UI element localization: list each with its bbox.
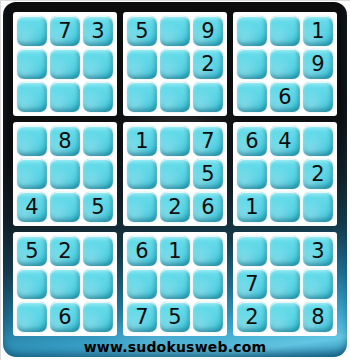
sudoku-cell-r2c2[interactable] [50, 49, 80, 79]
sudoku-cell-r8c1[interactable] [17, 269, 47, 299]
sudoku-cell-r8c9[interactable] [303, 269, 333, 299]
sudoku-cell-r5c8[interactable] [270, 159, 300, 189]
sudoku-cell-r8c4[interactable] [127, 269, 157, 299]
sudoku-cell-r2c1[interactable] [17, 49, 47, 79]
sudoku-cell-r6c6: 6 [193, 192, 223, 222]
sudoku-box-1: 73 [13, 12, 117, 116]
page-background: { "game": "sudoku", "position": ".735.9.… [0, 0, 350, 360]
sudoku-cell-r6c3: 5 [83, 192, 113, 222]
sudoku-cell-r7c4: 6 [127, 236, 157, 266]
sudoku-cell-r3c5[interactable] [160, 82, 190, 112]
sudoku-cell-r3c9[interactable] [303, 82, 333, 112]
sudoku-box-4: 845 [13, 122, 117, 226]
sudoku-cell-r1c8[interactable] [270, 16, 300, 46]
sudoku-box-6: 6421 [233, 122, 337, 226]
sudoku-cell-r4c3[interactable] [83, 126, 113, 156]
sudoku-cell-r6c1: 4 [17, 192, 47, 222]
sudoku-cell-r9c1[interactable] [17, 302, 47, 332]
sudoku-cell-r8c2[interactable] [50, 269, 80, 299]
website-url[interactable]: www.sudokusweb.com [84, 339, 267, 355]
sudoku-cell-r1c6: 9 [193, 16, 223, 46]
sudoku-cell-r1c1[interactable] [17, 16, 47, 46]
sudoku-cell-r9c2: 6 [50, 302, 80, 332]
sudoku-cell-r9c7: 2 [237, 302, 267, 332]
sudoku-cell-r7c3[interactable] [83, 236, 113, 266]
sudoku-cell-r5c4[interactable] [127, 159, 157, 189]
sudoku-box-3: 196 [233, 12, 337, 116]
sudoku-cell-r4c5[interactable] [160, 126, 190, 156]
sudoku-box-2: 592 [123, 12, 227, 116]
sudoku-cell-r6c9[interactable] [303, 192, 333, 222]
sudoku-cell-r1c5[interactable] [160, 16, 190, 46]
sudoku-cell-r1c4: 5 [127, 16, 157, 46]
sudoku-cell-r4c1[interactable] [17, 126, 47, 156]
sudoku-cell-r9c9: 8 [303, 302, 333, 332]
sudoku-cell-r2c6: 2 [193, 49, 223, 79]
sudoku-cell-r7c6[interactable] [193, 236, 223, 266]
sudoku-cell-r1c3: 3 [83, 16, 113, 46]
sudoku-cell-r8c3[interactable] [83, 269, 113, 299]
sudoku-cell-r2c5[interactable] [160, 49, 190, 79]
sudoku-cell-r8c7: 7 [237, 269, 267, 299]
sudoku-cell-r2c3[interactable] [83, 49, 113, 79]
sudoku-cell-r7c1: 5 [17, 236, 47, 266]
sudoku-cell-r9c4: 7 [127, 302, 157, 332]
sudoku-cell-r2c8[interactable] [270, 49, 300, 79]
sudoku-cell-r3c6[interactable] [193, 82, 223, 112]
sudoku-cell-r3c7[interactable] [237, 82, 267, 112]
sudoku-cell-r5c7[interactable] [237, 159, 267, 189]
sudoku-cell-r5c9: 2 [303, 159, 333, 189]
sudoku-cell-r1c2: 7 [50, 16, 80, 46]
sudoku-cell-r5c5[interactable] [160, 159, 190, 189]
sudoku-cell-r5c3[interactable] [83, 159, 113, 189]
sudoku-cell-r2c7[interactable] [237, 49, 267, 79]
sudoku-cell-r3c8: 6 [270, 82, 300, 112]
sudoku-box-7: 526 [13, 232, 117, 336]
sudoku-cell-r9c3[interactable] [83, 302, 113, 332]
sudoku-box-8: 6175 [123, 232, 227, 336]
sudoku-cell-r1c7[interactable] [237, 16, 267, 46]
sudoku-cell-r7c5: 1 [160, 236, 190, 266]
sudoku-cell-r9c6[interactable] [193, 302, 223, 332]
sudoku-cell-r6c4[interactable] [127, 192, 157, 222]
sudoku-board-frame: 73 592 196 845 17526 6421 526 6175 3728 … [3, 2, 347, 357]
sudoku-cell-r1c9: 1 [303, 16, 333, 46]
sudoku-cell-r6c7: 1 [237, 192, 267, 222]
sudoku-cell-r2c9: 9 [303, 49, 333, 79]
sudoku-cell-r5c6: 5 [193, 159, 223, 189]
sudoku-cell-r7c9: 3 [303, 236, 333, 266]
sudoku-grid: 73 592 196 845 17526 6421 526 6175 3728 [13, 12, 337, 336]
sudoku-cell-r8c5[interactable] [160, 269, 190, 299]
sudoku-cell-r4c8: 4 [270, 126, 300, 156]
sudoku-box-9: 3728 [233, 232, 337, 336]
sudoku-cell-r9c8[interactable] [270, 302, 300, 332]
sudoku-cell-r8c6[interactable] [193, 269, 223, 299]
sudoku-cell-r4c7: 6 [237, 126, 267, 156]
sudoku-cell-r4c4: 1 [127, 126, 157, 156]
sudoku-cell-r3c4[interactable] [127, 82, 157, 112]
sudoku-cell-r6c8[interactable] [270, 192, 300, 222]
sudoku-cell-r4c2: 8 [50, 126, 80, 156]
sudoku-cell-r7c2: 2 [50, 236, 80, 266]
sudoku-cell-r6c2[interactable] [50, 192, 80, 222]
sudoku-cell-r6c5: 2 [160, 192, 190, 222]
sudoku-cell-r2c4[interactable] [127, 49, 157, 79]
sudoku-cell-r3c2[interactable] [50, 82, 80, 112]
sudoku-cell-r3c3[interactable] [83, 82, 113, 112]
sudoku-cell-r8c8[interactable] [270, 269, 300, 299]
sudoku-cell-r5c2[interactable] [50, 159, 80, 189]
sudoku-cell-r4c6: 7 [193, 126, 223, 156]
sudoku-cell-r5c1[interactable] [17, 159, 47, 189]
sudoku-cell-r3c1[interactable] [17, 82, 47, 112]
sudoku-cell-r9c5: 5 [160, 302, 190, 332]
sudoku-cell-r7c7[interactable] [237, 236, 267, 266]
sudoku-cell-r7c8[interactable] [270, 236, 300, 266]
footer-bar: www.sudokusweb.com [13, 336, 337, 357]
sudoku-cell-r4c9[interactable] [303, 126, 333, 156]
sudoku-box-5: 17526 [123, 122, 227, 226]
